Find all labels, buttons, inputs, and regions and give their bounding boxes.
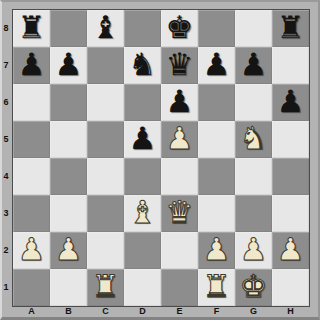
piece-black-pawn[interactable]: ♟ (277, 86, 305, 117)
piece-white-pawn[interactable]: ♟ (55, 234, 83, 265)
square-g1[interactable]: ♚ (235, 269, 272, 306)
square-e6[interactable]: ♟ (161, 84, 198, 121)
square-a8[interactable]: ♜ (13, 10, 50, 47)
piece-black-queen[interactable]: ♛ (166, 49, 194, 80)
rank-label-3: 3 (0, 195, 12, 232)
square-f3[interactable] (198, 195, 235, 232)
file-label-f: F (198, 306, 235, 318)
square-c3[interactable] (87, 195, 124, 232)
square-f2[interactable]: ♟ (198, 232, 235, 269)
square-c8[interactable]: ♝ (87, 10, 124, 47)
square-b1[interactable] (50, 269, 87, 306)
piece-white-bishop[interactable]: ♝ (129, 197, 157, 228)
piece-black-pawn[interactable]: ♟ (240, 49, 268, 80)
square-b5[interactable] (50, 121, 87, 158)
square-d7[interactable]: ♞ (124, 47, 161, 84)
square-a2[interactable]: ♟ (13, 232, 50, 269)
square-a5[interactable] (13, 121, 50, 158)
piece-black-knight[interactable]: ♞ (129, 49, 157, 80)
piece-black-pawn[interactable]: ♟ (18, 49, 46, 80)
square-g4[interactable] (235, 158, 272, 195)
piece-white-pawn[interactable]: ♟ (18, 234, 46, 265)
square-g7[interactable]: ♟ (235, 47, 272, 84)
square-c1[interactable]: ♜ (87, 269, 124, 306)
rank-labels: 87654321 (0, 10, 12, 306)
square-b2[interactable]: ♟ (50, 232, 87, 269)
file-label-g: G (235, 306, 272, 318)
piece-white-pawn[interactable]: ♟ (166, 123, 194, 154)
rank-label-8: 8 (0, 10, 12, 47)
square-a4[interactable] (13, 158, 50, 195)
square-b7[interactable]: ♟ (50, 47, 87, 84)
piece-black-pawn[interactable]: ♟ (203, 49, 231, 80)
piece-white-knight[interactable]: ♞ (240, 123, 268, 154)
square-h3[interactable] (272, 195, 309, 232)
piece-black-pawn[interactable]: ♟ (166, 86, 194, 117)
square-b4[interactable] (50, 158, 87, 195)
square-f6[interactable] (198, 84, 235, 121)
file-label-a: A (13, 306, 50, 318)
piece-black-pawn[interactable]: ♟ (129, 123, 157, 154)
square-b6[interactable] (50, 84, 87, 121)
square-e3[interactable]: ♛ (161, 195, 198, 232)
file-label-h: H (272, 306, 309, 318)
square-c7[interactable] (87, 47, 124, 84)
rank-label-4: 4 (0, 158, 12, 195)
square-f1[interactable]: ♜ (198, 269, 235, 306)
square-c5[interactable] (87, 121, 124, 158)
chess-diagram: 87654321 ♜♝♚♜♟♟♞♛♟♟♟♟♟♟♞♝♛♟♟♟♟♟♜♜♚ ABCDE… (0, 0, 320, 320)
square-d5[interactable]: ♟ (124, 121, 161, 158)
square-d6[interactable] (124, 84, 161, 121)
square-a7[interactable]: ♟ (13, 47, 50, 84)
square-g2[interactable]: ♟ (235, 232, 272, 269)
square-a1[interactable] (13, 269, 50, 306)
file-label-e: E (161, 306, 198, 318)
piece-black-rook[interactable]: ♜ (277, 12, 305, 43)
square-h1[interactable] (272, 269, 309, 306)
square-h8[interactable]: ♜ (272, 10, 309, 47)
square-h5[interactable] (272, 121, 309, 158)
square-d4[interactable] (124, 158, 161, 195)
square-f8[interactable] (198, 10, 235, 47)
piece-white-pawn[interactable]: ♟ (277, 234, 305, 265)
square-e7[interactable]: ♛ (161, 47, 198, 84)
piece-black-rook[interactable]: ♜ (18, 12, 46, 43)
square-a6[interactable] (13, 84, 50, 121)
square-h2[interactable]: ♟ (272, 232, 309, 269)
rank-label-5: 5 (0, 121, 12, 158)
square-f5[interactable] (198, 121, 235, 158)
square-c6[interactable] (87, 84, 124, 121)
piece-white-rook[interactable]: ♜ (203, 271, 231, 302)
square-d8[interactable] (124, 10, 161, 47)
square-h4[interactable] (272, 158, 309, 195)
rank-label-6: 6 (0, 84, 12, 121)
piece-black-bishop[interactable]: ♝ (92, 12, 120, 43)
piece-white-rook[interactable]: ♜ (92, 271, 120, 302)
square-h7[interactable] (272, 47, 309, 84)
piece-white-queen[interactable]: ♛ (166, 197, 194, 228)
rank-label-7: 7 (0, 47, 12, 84)
piece-black-king[interactable]: ♚ (166, 12, 194, 43)
square-c2[interactable] (87, 232, 124, 269)
square-g6[interactable] (235, 84, 272, 121)
square-f4[interactable] (198, 158, 235, 195)
square-a3[interactable] (13, 195, 50, 232)
square-g3[interactable] (235, 195, 272, 232)
square-c4[interactable] (87, 158, 124, 195)
piece-white-king[interactable]: ♚ (240, 271, 268, 302)
square-f7[interactable]: ♟ (198, 47, 235, 84)
rank-label-1: 1 (0, 269, 12, 306)
square-d2[interactable] (124, 232, 161, 269)
square-b8[interactable] (50, 10, 87, 47)
piece-black-pawn[interactable]: ♟ (55, 49, 83, 80)
rank-label-2: 2 (0, 232, 12, 269)
square-e2[interactable] (161, 232, 198, 269)
square-e1[interactable] (161, 269, 198, 306)
piece-white-pawn[interactable]: ♟ (240, 234, 268, 265)
square-e8[interactable]: ♚ (161, 10, 198, 47)
file-label-d: D (124, 306, 161, 318)
square-g5[interactable]: ♞ (235, 121, 272, 158)
square-b3[interactable] (50, 195, 87, 232)
square-e5[interactable]: ♟ (161, 121, 198, 158)
square-g8[interactable] (235, 10, 272, 47)
square-e4[interactable] (161, 158, 198, 195)
file-labels: ABCDEFGH (13, 306, 309, 318)
square-d1[interactable] (124, 269, 161, 306)
square-h6[interactable]: ♟ (272, 84, 309, 121)
piece-white-pawn[interactable]: ♟ (203, 234, 231, 265)
square-d3[interactable]: ♝ (124, 195, 161, 232)
file-label-c: C (87, 306, 124, 318)
file-label-b: B (50, 306, 87, 318)
board: ♜♝♚♜♟♟♞♛♟♟♟♟♟♟♞♝♛♟♟♟♟♟♜♜♚ (12, 9, 310, 307)
